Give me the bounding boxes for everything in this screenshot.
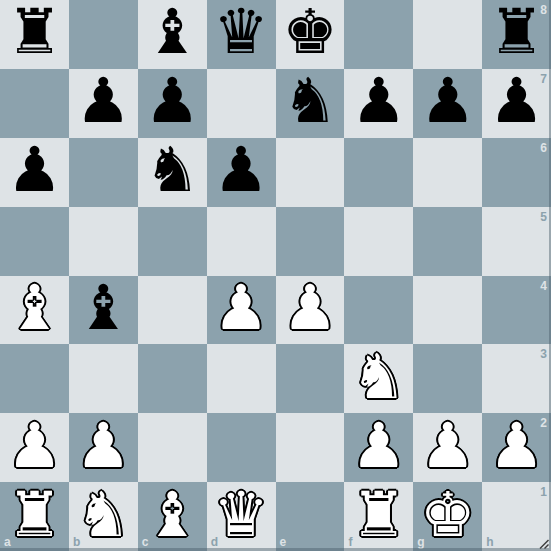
- rank-label-6: 6: [540, 142, 547, 154]
- piece-black-pawn[interactable]: ♟: [351, 70, 407, 132]
- square-a6[interactable]: ♟: [0, 138, 69, 207]
- square-e7[interactable]: ♞: [276, 69, 345, 138]
- square-a2[interactable]: ♟: [0, 413, 69, 482]
- square-a8[interactable]: ♜: [0, 0, 69, 69]
- square-d7[interactable]: [207, 69, 276, 138]
- file-label-a: a: [4, 536, 11, 548]
- piece-black-bishop[interactable]: ♝: [76, 277, 132, 339]
- square-h4[interactable]: 4: [482, 276, 551, 345]
- square-d5[interactable]: [207, 207, 276, 276]
- rank-label-8: 8: [540, 4, 547, 16]
- piece-white-rook[interactable]: ♜: [7, 484, 63, 546]
- piece-black-king[interactable]: ♚: [282, 1, 338, 63]
- square-g6[interactable]: [413, 138, 482, 207]
- file-label-c: c: [142, 536, 149, 548]
- piece-white-pawn[interactable]: ♟: [282, 277, 338, 339]
- square-e1[interactable]: e: [276, 482, 345, 551]
- square-f8[interactable]: [344, 0, 413, 69]
- file-label-g: g: [417, 536, 424, 548]
- square-f3[interactable]: ♞: [344, 344, 413, 413]
- square-f5[interactable]: [344, 207, 413, 276]
- piece-white-bishop[interactable]: ♝: [144, 484, 200, 546]
- file-label-h: h: [486, 536, 493, 548]
- square-c1[interactable]: ♝c: [138, 482, 207, 551]
- square-d6[interactable]: ♟: [207, 138, 276, 207]
- square-d4[interactable]: ♟: [207, 276, 276, 345]
- square-c4[interactable]: [138, 276, 207, 345]
- piece-black-rook[interactable]: ♜: [489, 1, 545, 63]
- piece-black-pawn[interactable]: ♟: [144, 70, 200, 132]
- resize-handle-icon[interactable]: [537, 537, 550, 550]
- square-g5[interactable]: [413, 207, 482, 276]
- square-f4[interactable]: [344, 276, 413, 345]
- file-label-e: e: [280, 536, 287, 548]
- square-d2[interactable]: [207, 413, 276, 482]
- square-f7[interactable]: ♟: [344, 69, 413, 138]
- piece-white-pawn[interactable]: ♟: [7, 415, 63, 477]
- square-e4[interactable]: ♟: [276, 276, 345, 345]
- square-b7[interactable]: ♟: [69, 69, 138, 138]
- piece-white-pawn[interactable]: ♟: [76, 415, 132, 477]
- piece-white-knight[interactable]: ♞: [351, 346, 407, 408]
- square-f6[interactable]: [344, 138, 413, 207]
- square-e5[interactable]: [276, 207, 345, 276]
- square-b6[interactable]: [69, 138, 138, 207]
- square-g2[interactable]: ♟: [413, 413, 482, 482]
- file-label-f: f: [348, 536, 352, 548]
- chess-board: ♜♝♛♚♜8♟♟♞♟♟♟7♟♞♟65♝♝♟♟4♞3♟♟♟♟♟2♜a♞b♝c♛de…: [0, 0, 551, 551]
- square-d3[interactable]: [207, 344, 276, 413]
- square-c7[interactable]: ♟: [138, 69, 207, 138]
- squares-grid: ♜♝♛♚♜8♟♟♞♟♟♟7♟♞♟65♝♝♟♟4♞3♟♟♟♟♟2♜a♞b♝c♛de…: [0, 0, 551, 551]
- square-f2[interactable]: ♟: [344, 413, 413, 482]
- piece-black-pawn[interactable]: ♟: [420, 70, 476, 132]
- square-c2[interactable]: [138, 413, 207, 482]
- square-a5[interactable]: [0, 207, 69, 276]
- square-h8[interactable]: ♜8: [482, 0, 551, 69]
- piece-black-pawn[interactable]: ♟: [7, 139, 63, 201]
- piece-black-pawn[interactable]: ♟: [489, 70, 545, 132]
- rank-label-4: 4: [540, 280, 547, 292]
- square-c5[interactable]: [138, 207, 207, 276]
- square-c6[interactable]: ♞: [138, 138, 207, 207]
- square-h7[interactable]: ♟7: [482, 69, 551, 138]
- rank-label-2: 2: [540, 417, 547, 429]
- square-b3[interactable]: [69, 344, 138, 413]
- piece-white-king[interactable]: ♚: [420, 484, 476, 546]
- file-label-b: b: [73, 536, 80, 548]
- square-d8[interactable]: ♛: [207, 0, 276, 69]
- file-label-d: d: [211, 536, 218, 548]
- square-b8[interactable]: [69, 0, 138, 69]
- square-a7[interactable]: [0, 69, 69, 138]
- piece-black-knight[interactable]: ♞: [282, 70, 338, 132]
- piece-white-pawn[interactable]: ♟: [351, 415, 407, 477]
- piece-white-bishop[interactable]: ♝: [7, 277, 63, 339]
- rank-label-3: 3: [540, 348, 547, 360]
- rank-label-7: 7: [540, 73, 547, 85]
- square-e3[interactable]: [276, 344, 345, 413]
- square-h6[interactable]: 6: [482, 138, 551, 207]
- square-h2[interactable]: ♟2: [482, 413, 551, 482]
- piece-black-rook[interactable]: ♜: [7, 1, 63, 63]
- square-d1[interactable]: ♛d: [207, 482, 276, 551]
- square-h3[interactable]: 3: [482, 344, 551, 413]
- square-b1[interactable]: ♞b: [69, 482, 138, 551]
- square-g1[interactable]: ♚g: [413, 482, 482, 551]
- square-h5[interactable]: 5: [482, 207, 551, 276]
- square-c3[interactable]: [138, 344, 207, 413]
- piece-black-queen[interactable]: ♛: [213, 1, 269, 63]
- square-g3[interactable]: [413, 344, 482, 413]
- piece-white-pawn[interactable]: ♟: [420, 415, 476, 477]
- piece-white-rook[interactable]: ♜: [351, 484, 407, 546]
- piece-white-pawn[interactable]: ♟: [489, 415, 545, 477]
- square-g8[interactable]: [413, 0, 482, 69]
- square-b4[interactable]: ♝: [69, 276, 138, 345]
- square-a1[interactable]: ♜a: [0, 482, 69, 551]
- square-c8[interactable]: ♝: [138, 0, 207, 69]
- square-g4[interactable]: [413, 276, 482, 345]
- piece-black-bishop[interactable]: ♝: [144, 1, 200, 63]
- piece-black-pawn[interactable]: ♟: [213, 139, 269, 201]
- square-b5[interactable]: [69, 207, 138, 276]
- piece-white-pawn[interactable]: ♟: [213, 277, 269, 339]
- square-b2[interactable]: ♟: [69, 413, 138, 482]
- square-f1[interactable]: ♜f: [344, 482, 413, 551]
- rank-label-5: 5: [540, 211, 547, 223]
- piece-black-pawn[interactable]: ♟: [76, 70, 132, 132]
- rank-label-1: 1: [540, 486, 547, 498]
- square-a3[interactable]: [0, 344, 69, 413]
- piece-white-knight[interactable]: ♞: [76, 484, 132, 546]
- square-a4[interactable]: ♝: [0, 276, 69, 345]
- square-g7[interactable]: ♟: [413, 69, 482, 138]
- piece-black-knight[interactable]: ♞: [144, 139, 200, 201]
- piece-white-queen[interactable]: ♛: [213, 484, 269, 546]
- square-e8[interactable]: ♚: [276, 0, 345, 69]
- square-e2[interactable]: [276, 413, 345, 482]
- square-e6[interactable]: [276, 138, 345, 207]
